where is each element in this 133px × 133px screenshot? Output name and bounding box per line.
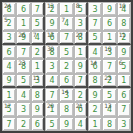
cell-r4c4[interactable]: 308 xyxy=(45,45,59,59)
cell-r3c5[interactable]: 7 xyxy=(59,31,73,45)
digit-r5c1: 4 xyxy=(7,63,12,71)
cell-r6c6[interactable]: 7 xyxy=(74,74,88,88)
digit-r4c2: 7 xyxy=(21,49,26,57)
digit-r6c4: 4 xyxy=(50,77,55,85)
digit-r5c8: 7 xyxy=(107,63,112,71)
cell-r5c3[interactable]: 1 xyxy=(31,59,45,73)
cell-r6c1[interactable]: 9 xyxy=(2,74,16,88)
digit-r6c1: 9 xyxy=(7,77,12,85)
cell-r8c3[interactable]: 9 xyxy=(31,102,45,116)
cell-r4c2[interactable]: 7 xyxy=(16,45,30,59)
digit-r2c3: 5 xyxy=(35,20,40,28)
cell-r9c1[interactable]: 7 xyxy=(2,117,16,131)
digit-r2c1: 2 xyxy=(7,20,12,28)
cell-r6c2[interactable]: 5 xyxy=(16,74,30,88)
sudoku-board: 2486712218539104521597437683269741367278… xyxy=(0,0,133,133)
digit-r7c2: 4 xyxy=(21,92,26,100)
cell-r3c3[interactable]: 74 xyxy=(31,31,45,45)
cell-r9c2[interactable]: 2 xyxy=(16,117,30,131)
cell-r5c5[interactable]: 2 xyxy=(59,59,73,73)
cell-r1c2[interactable]: 6 xyxy=(16,2,30,16)
cell-r6c9[interactable]: 1 xyxy=(117,74,131,88)
cage-sum-r3c2: 26 xyxy=(18,32,25,38)
cell-r9c3[interactable]: 6 xyxy=(31,117,45,131)
digit-r8c7: 2 xyxy=(93,106,98,114)
cage-sum-r8c6: 21 xyxy=(76,103,83,109)
cell-r8c8[interactable]: 134 xyxy=(102,102,116,116)
cell-r4c8[interactable]: 103 xyxy=(102,45,116,59)
cell-r2c8[interactable]: 6 xyxy=(102,16,116,30)
cell-r2c1[interactable]: 52 xyxy=(2,16,16,30)
digit-r1c7: 3 xyxy=(93,6,98,14)
cage-sum-r8c8: 13 xyxy=(104,103,111,109)
digit-r7c9: 6 xyxy=(121,92,126,100)
cell-r7c7[interactable]: 9 xyxy=(88,88,102,102)
cell-r1c8[interactable]: 9 xyxy=(102,2,116,16)
digit-r9c4: 5 xyxy=(50,121,55,129)
cell-r8c7[interactable]: 2 xyxy=(88,102,102,116)
cell-r4c5[interactable]: 5 xyxy=(59,45,73,59)
digit-r6c9: 1 xyxy=(121,77,126,85)
cell-r9c6[interactable]: 4 xyxy=(74,117,88,131)
cell-r3c9[interactable]: 112 xyxy=(117,31,131,45)
digit-r5c5: 2 xyxy=(64,63,69,71)
cell-r4c9[interactable]: 9 xyxy=(117,45,131,59)
cell-r2c7[interactable]: 7 xyxy=(88,16,102,30)
digit-r3c1: 3 xyxy=(7,34,12,42)
digit-r6c2: 5 xyxy=(21,77,26,85)
cage-sum-r1c9: 10 xyxy=(119,3,126,9)
digit-r4c7: 4 xyxy=(93,49,98,57)
cell-r9c8[interactable]: 8 xyxy=(102,117,116,131)
cell-r5c8[interactable]: 7 xyxy=(102,59,116,73)
cage-sum-r2c5: 7 xyxy=(61,17,64,23)
digit-r9c7: 1 xyxy=(93,121,98,129)
cell-r4c1[interactable]: 6 xyxy=(2,45,16,59)
cell-r2c9[interactable]: 8 xyxy=(117,16,131,30)
cell-r7c6[interactable]: 2 xyxy=(74,88,88,102)
digit-r1c8: 9 xyxy=(107,6,112,14)
digit-r5c9: 5 xyxy=(121,63,126,71)
cage-sum-r1c4: 12 xyxy=(47,3,54,9)
cage-sum-r3c9: 11 xyxy=(119,32,126,38)
digit-r4c5: 5 xyxy=(64,49,69,57)
digit-r2c4: 9 xyxy=(50,20,55,28)
digit-r2c2: 1 xyxy=(21,20,26,28)
digit-r6c7: 8 xyxy=(93,77,98,85)
cell-r1c5[interactable]: 1 xyxy=(59,2,73,16)
digit-r1c3: 7 xyxy=(35,6,40,14)
cage-sum-r6c3: 11 xyxy=(33,75,40,81)
cell-r2c6[interactable]: 3 xyxy=(74,16,88,30)
cage-sum-r3c4: 13 xyxy=(47,32,54,38)
cell-r3c1[interactable]: 3 xyxy=(2,31,16,45)
cell-r8c6[interactable]: 216 xyxy=(74,102,88,116)
cell-r7c2[interactable]: 4 xyxy=(16,88,30,102)
cell-r1c6[interactable]: 85 xyxy=(74,2,88,16)
digit-r2c6: 3 xyxy=(78,20,83,28)
digit-r7c6: 2 xyxy=(78,92,83,100)
cell-r3c4[interactable]: 136 xyxy=(45,31,59,45)
cell-r2c4[interactable]: 9 xyxy=(45,16,59,30)
cell-r5c7[interactable]: 146 xyxy=(88,59,102,73)
cell-r7c4[interactable]: 7 xyxy=(45,88,59,102)
cell-r1c9[interactable]: 104 xyxy=(117,2,131,16)
digit-r4c1: 6 xyxy=(7,49,12,57)
cell-r7c1[interactable]: 1 xyxy=(2,88,16,102)
cell-r4c3[interactable]: 2 xyxy=(31,45,45,59)
cage-sum-r6c8: 23 xyxy=(104,75,111,81)
digit-r8c5: 8 xyxy=(64,106,69,114)
digit-r9c9: 3 xyxy=(121,121,126,129)
digit-r8c2: 3 xyxy=(21,106,26,114)
cell-r3c8[interactable]: 1 xyxy=(102,31,116,45)
cage-sum-r1c6: 8 xyxy=(76,3,79,9)
cell-r9c5[interactable]: 9 xyxy=(59,117,73,131)
digit-r7c7: 9 xyxy=(93,92,98,100)
cell-r5c9[interactable]: 65 xyxy=(117,59,131,73)
digit-r3c8: 1 xyxy=(107,34,112,42)
digit-r9c6: 4 xyxy=(78,121,83,129)
digit-r3c7: 5 xyxy=(93,34,98,42)
cage-sum-r4c4: 30 xyxy=(47,46,54,52)
cell-r9c4[interactable]: 5 xyxy=(45,117,59,131)
digit-r9c5: 9 xyxy=(64,121,69,129)
cell-r5c6[interactable]: 9 xyxy=(74,59,88,73)
cell-r8c1[interactable]: 175 xyxy=(2,102,16,116)
cell-r9c9[interactable]: 3 xyxy=(117,117,131,131)
cell-r5c1[interactable]: 4 xyxy=(2,59,16,73)
cage-sum-r7c5: 14 xyxy=(61,89,68,95)
cage-sum-r2c1: 5 xyxy=(4,17,7,23)
cell-r8c5[interactable]: 8 xyxy=(59,102,73,116)
digit-r1c2: 6 xyxy=(21,6,26,14)
digit-r9c3: 6 xyxy=(35,121,40,129)
digit-r9c8: 8 xyxy=(107,121,112,129)
digit-r5c3: 1 xyxy=(35,63,40,71)
cage-sum-r5c2: 23 xyxy=(18,60,25,66)
digit-r7c4: 7 xyxy=(50,92,55,100)
cage-sum-r1c1: 24 xyxy=(4,3,11,9)
digit-r8c3: 9 xyxy=(35,106,40,114)
cage-sum-r5c9: 6 xyxy=(119,60,122,66)
digit-r6c5: 6 xyxy=(64,77,69,85)
cell-r7c8[interactable]: 5 xyxy=(102,88,116,102)
cell-r8c9[interactable]: 7 xyxy=(117,102,131,116)
cell-r6c4[interactable]: 4 xyxy=(45,74,59,88)
digit-r8c9: 7 xyxy=(121,106,126,114)
cell-r2c3[interactable]: 5 xyxy=(31,16,45,30)
digit-r4c3: 2 xyxy=(35,49,40,57)
digit-r5c6: 9 xyxy=(78,63,83,71)
digit-r2c7: 7 xyxy=(93,20,98,28)
cage-sum-r4c8: 10 xyxy=(104,46,111,52)
digit-r4c6: 1 xyxy=(78,49,83,57)
cell-r4c6[interactable]: 1 xyxy=(74,45,88,59)
cell-r7c5[interactable]: 143 xyxy=(59,88,73,102)
cell-r5c4[interactable]: 3 xyxy=(45,59,59,73)
cell-r5c2[interactable]: 238 xyxy=(16,59,30,73)
cell-r6c7[interactable]: 8 xyxy=(88,74,102,88)
digit-r5c4: 3 xyxy=(50,63,55,71)
cage-sum-r5c7: 14 xyxy=(90,60,97,66)
cage-sum-r8c4: 20 xyxy=(47,103,54,109)
cell-r1c4[interactable]: 122 xyxy=(45,2,59,16)
cell-r1c7[interactable]: 3 xyxy=(88,2,102,16)
cell-r4c7[interactable]: 4 xyxy=(88,45,102,59)
cell-r7c9[interactable]: 6 xyxy=(117,88,131,102)
cell-r2c2[interactable]: 1 xyxy=(16,16,30,30)
cage-sum-r3c3: 7 xyxy=(33,32,36,38)
cell-r9c7[interactable]: 1 xyxy=(88,117,102,131)
cell-r6c3[interactable]: 113 xyxy=(31,74,45,88)
digit-r1c5: 1 xyxy=(64,6,69,14)
cell-r8c2[interactable]: 3 xyxy=(16,102,30,116)
digit-r7c3: 8 xyxy=(35,92,40,100)
cell-r6c5[interactable]: 6 xyxy=(59,74,73,88)
cage-sum-r8c1: 17 xyxy=(4,103,11,109)
cage-sum-r3c6: 27 xyxy=(76,32,83,38)
cell-r6c8[interactable]: 232 xyxy=(102,74,116,88)
digit-r3c5: 7 xyxy=(64,34,69,42)
digit-r9c1: 7 xyxy=(7,121,12,129)
cell-r1c3[interactable]: 7 xyxy=(31,2,45,16)
cell-r7c3[interactable]: 8 xyxy=(31,88,45,102)
cell-r2c5[interactable]: 74 xyxy=(59,16,73,30)
digit-r2c9: 8 xyxy=(121,20,126,28)
digit-r6c6: 7 xyxy=(78,77,83,85)
digit-r7c8: 5 xyxy=(107,92,112,100)
digit-r7c1: 1 xyxy=(7,92,12,100)
cell-r3c7[interactable]: 5 xyxy=(88,31,102,45)
digit-r4c9: 9 xyxy=(121,49,126,57)
digit-r9c2: 2 xyxy=(21,121,26,129)
cell-r1c1[interactable]: 248 xyxy=(2,2,16,16)
cell-r3c6[interactable]: 278 xyxy=(74,31,88,45)
digit-r2c8: 6 xyxy=(107,20,112,28)
cell-r3c2[interactable]: 269 xyxy=(16,31,30,45)
cell-r8c4[interactable]: 201 xyxy=(45,102,59,116)
